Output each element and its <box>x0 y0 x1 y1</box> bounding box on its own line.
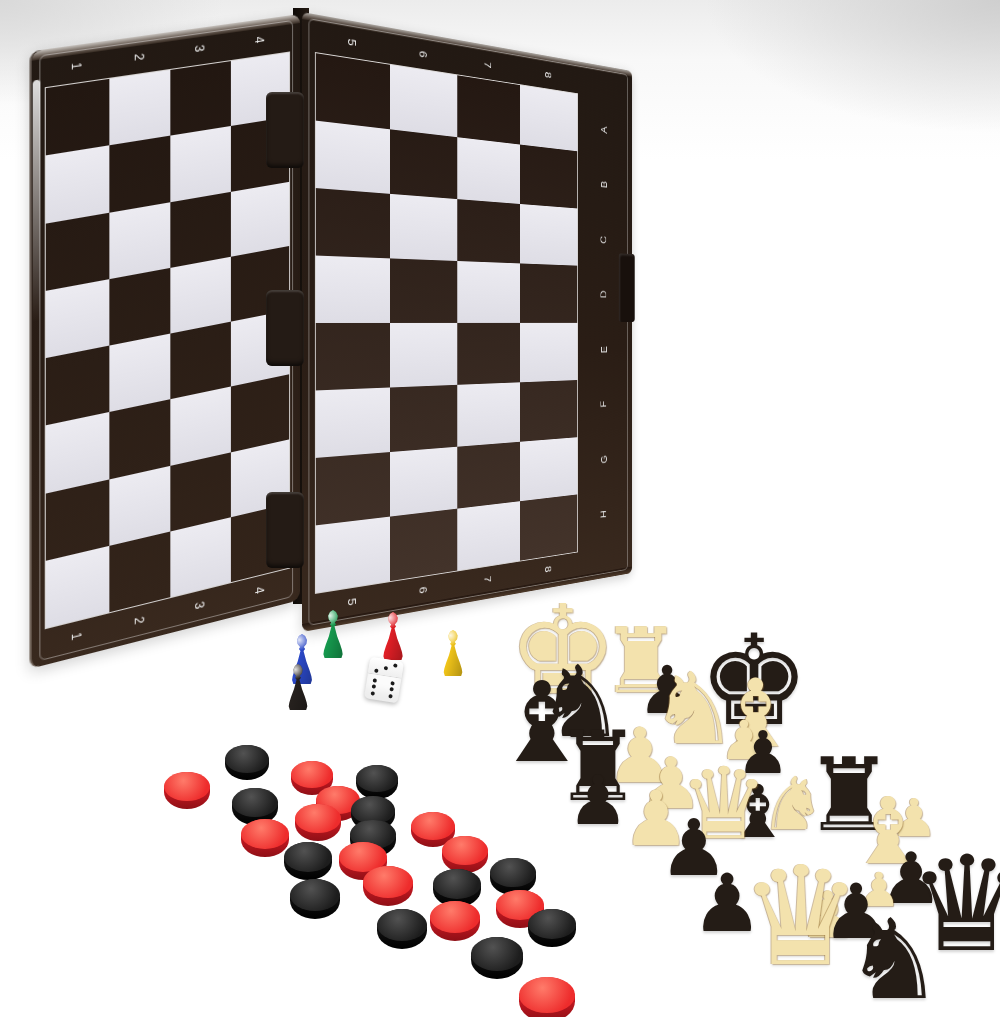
square-F6 <box>390 385 458 452</box>
rank-label-H: H <box>599 510 608 519</box>
checker-black[interactable] <box>284 842 332 880</box>
board-left-panel: 1234 1234 <box>29 14 300 669</box>
die[interactable] <box>364 657 404 704</box>
checker-black[interactable] <box>225 745 269 780</box>
square-C1 <box>46 212 109 290</box>
hinge-1 <box>266 92 304 168</box>
square-G6 <box>390 447 458 517</box>
checkerboard-right-half <box>315 52 578 594</box>
latch-clasp[interactable] <box>619 253 635 322</box>
checker-black[interactable] <box>377 909 427 949</box>
rank-label-A: A <box>599 126 608 134</box>
square-B1 <box>46 146 109 223</box>
chess-black-knight[interactable]: ♞ <box>839 904 950 1015</box>
die-pip <box>372 678 377 683</box>
square-C2 <box>109 202 171 279</box>
square-C6 <box>390 194 458 261</box>
checker-red[interactable] <box>363 866 413 906</box>
rank-label-C: C <box>599 235 608 243</box>
square-E8 <box>520 323 578 382</box>
square-E6 <box>390 323 458 388</box>
die-pip <box>374 668 379 673</box>
pawn-token-yellow[interactable] <box>439 630 468 676</box>
edge-glare <box>33 79 41 322</box>
square-G7 <box>457 442 519 509</box>
checkerboard-left-half <box>45 51 290 629</box>
square-C7 <box>457 199 519 263</box>
square-C3 <box>170 191 230 267</box>
checker-black[interactable] <box>490 858 536 895</box>
file-label-1: 1 <box>60 602 92 671</box>
square-C8 <box>520 204 578 266</box>
square-B6 <box>390 129 458 199</box>
checker-black[interactable] <box>290 879 340 919</box>
square-B7 <box>457 137 519 204</box>
pawn-token-red[interactable] <box>378 612 408 660</box>
square-B8 <box>520 145 578 209</box>
file-label-6: 6 <box>410 549 436 632</box>
square-D8 <box>520 263 578 322</box>
pawn-token-blue[interactable] <box>287 634 318 684</box>
rank-labels-column: ABCDEFGH <box>590 100 618 544</box>
die-pip <box>389 694 394 699</box>
die-pip <box>370 691 375 696</box>
square-B3 <box>170 126 230 201</box>
rank-label-F: F <box>599 401 608 408</box>
square-F7 <box>457 382 519 446</box>
rank-label-D: D <box>599 291 608 299</box>
square-D1 <box>46 279 109 358</box>
square-D6 <box>390 258 458 323</box>
file-label-5: 5 <box>339 559 367 646</box>
square-G8 <box>520 437 578 501</box>
square-A8 <box>520 85 578 151</box>
checker-black[interactable] <box>471 937 523 979</box>
square-E7 <box>457 323 519 385</box>
square-D7 <box>457 261 519 323</box>
checker-red[interactable] <box>430 901 480 941</box>
checker-red[interactable] <box>295 804 341 841</box>
die-pip <box>384 666 389 671</box>
checker-red[interactable] <box>519 977 575 1017</box>
square-A5 <box>316 53 390 129</box>
die-pip <box>391 681 396 686</box>
file-label-2: 2 <box>123 586 155 654</box>
square-D5 <box>316 256 390 323</box>
product-photo-scene: 1234 1234 5678 5678 ABCDEFGH ♚♜♞♝♟♟♟♟♛♞♛… <box>0 0 1000 1017</box>
board-right-panel: 5678 5678 ABCDEFGH <box>302 12 632 632</box>
die-pip <box>371 685 376 690</box>
checker-red[interactable] <box>442 836 488 873</box>
square-A3 <box>170 61 230 136</box>
square-G5 <box>316 452 390 525</box>
die-pip <box>393 663 398 668</box>
rank-label-E: E <box>599 346 608 353</box>
square-D2 <box>109 268 171 346</box>
rank-label-B: B <box>599 181 608 189</box>
file-label-7: 7 <box>476 540 500 619</box>
checker-black[interactable] <box>528 909 576 947</box>
square-A1 <box>46 79 109 156</box>
hinge-2 <box>266 290 304 366</box>
checker-red[interactable] <box>164 772 210 809</box>
square-D3 <box>170 257 230 334</box>
checker-red[interactable] <box>241 819 289 857</box>
hinge-3 <box>266 492 304 568</box>
die-pip <box>390 687 395 692</box>
square-F5 <box>316 388 390 458</box>
square-B5 <box>316 121 390 194</box>
checker-black[interactable] <box>356 765 398 799</box>
square-B2 <box>109 136 171 212</box>
square-C4 <box>230 181 289 256</box>
square-E5 <box>316 323 390 391</box>
square-C5 <box>316 188 390 258</box>
rank-label-G: G <box>599 455 608 464</box>
die-face-6-pips <box>364 673 402 703</box>
square-F8 <box>520 380 578 442</box>
square-A7 <box>457 75 519 144</box>
file-label-3: 3 <box>184 572 215 639</box>
square-A2 <box>109 70 171 146</box>
square-A6 <box>390 65 458 137</box>
